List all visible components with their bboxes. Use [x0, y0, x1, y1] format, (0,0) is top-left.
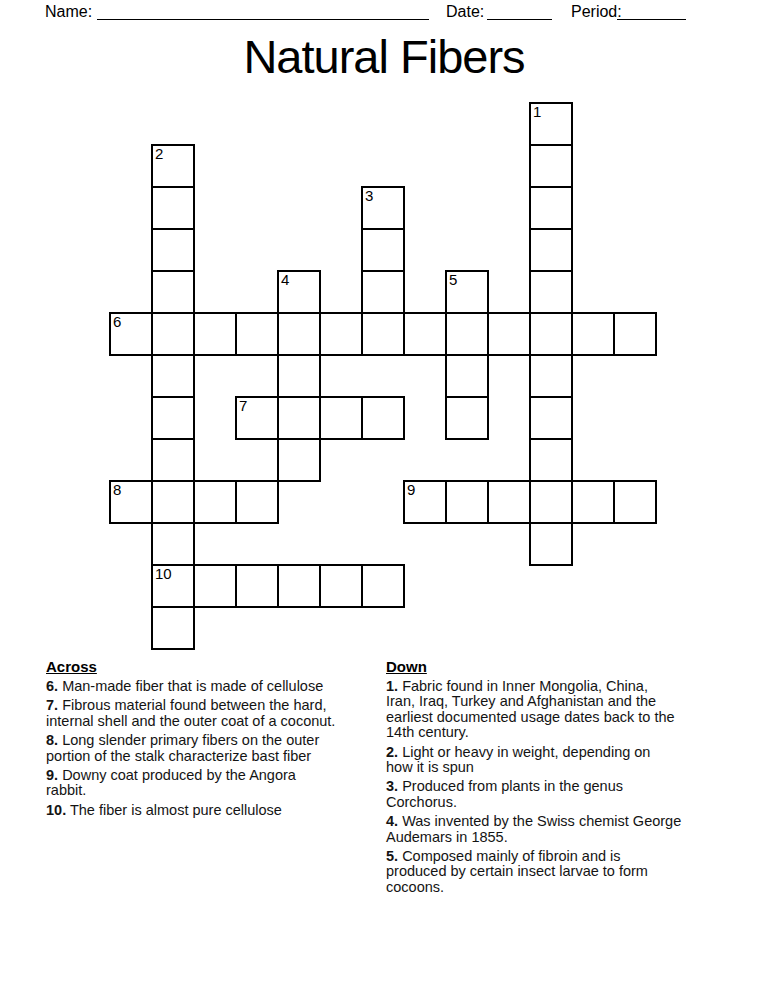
page-title: Natural Fibers	[0, 33, 768, 80]
grid-cell[interactable]: 8	[110, 481, 152, 523]
grid-cell[interactable]	[572, 313, 614, 355]
clue-across-9: 9. Downy coat produced by the Angora rab…	[46, 768, 386, 799]
clue-number-label: 9.	[46, 767, 58, 783]
grid-cell[interactable]	[194, 565, 236, 607]
grid-cell[interactable]	[446, 355, 488, 397]
clue-down-2: 2. Light or heavy in weight, depending o…	[386, 745, 746, 776]
grid-cell[interactable]	[236, 565, 278, 607]
clue-number-label: 2.	[386, 744, 398, 760]
clue-text: Was invented by the Swiss chemist George…	[386, 813, 681, 844]
period-label: Period:	[571, 3, 622, 20]
grid-cell[interactable]	[488, 481, 530, 523]
crossword-grid: 12345678910	[110, 103, 656, 649]
grid-cell[interactable]	[236, 313, 278, 355]
grid-cell[interactable]	[530, 187, 572, 229]
grid-cell[interactable]	[152, 229, 194, 271]
grid-cell[interactable]: 7	[236, 397, 278, 439]
grid-cell[interactable]	[530, 271, 572, 313]
grid-cell[interactable]	[320, 397, 362, 439]
grid-cell[interactable]	[530, 481, 572, 523]
grid-cell[interactable]	[362, 313, 404, 355]
grid-cell[interactable]	[530, 439, 572, 481]
grid-cell[interactable]	[614, 481, 656, 523]
grid-cell[interactable]	[152, 607, 194, 649]
clue-number: 2	[155, 146, 163, 161]
grid-cell[interactable]	[530, 523, 572, 565]
grid-cell[interactable]: 10	[152, 565, 194, 607]
grid-cell[interactable]	[572, 481, 614, 523]
date-blank-line[interactable]	[487, 4, 552, 20]
grid-cell[interactable]: 9	[404, 481, 446, 523]
across-clues-section: Across 6. Man-made fiber that is made of…	[46, 659, 386, 822]
grid-cell[interactable]	[530, 313, 572, 355]
grid-cell[interactable]	[320, 313, 362, 355]
grid-cell[interactable]	[278, 439, 320, 481]
grid-cell[interactable]: 1	[530, 103, 572, 145]
grid-cell[interactable]	[152, 313, 194, 355]
grid-cell[interactable]	[278, 313, 320, 355]
clue-number-label: 8.	[46, 732, 58, 748]
grid-cell[interactable]: 5	[446, 271, 488, 313]
clue-down-5: 5. Composed mainly of fibroin and is pro…	[386, 849, 746, 895]
clue-across-6: 6. Man-made fiber that is made of cellul…	[46, 679, 386, 694]
grid-cell[interactable]	[152, 397, 194, 439]
grid-cell[interactable]	[446, 397, 488, 439]
clue-across-10: 10. The fiber is almost pure cellulose	[46, 803, 386, 818]
clue-down-1: 1. Fabric found in Inner Mongolia, China…	[386, 679, 746, 741]
clue-number: 1	[533, 104, 541, 119]
clue-number-label: 7.	[46, 697, 58, 713]
grid-cell[interactable]	[194, 481, 236, 523]
clue-across-8: 8. Long slender primary fibers on the ou…	[46, 733, 386, 764]
grid-cell[interactable]	[446, 313, 488, 355]
clue-text: Downy coat produced by the Angora rabbit…	[46, 767, 296, 798]
clue-number-label: 6.	[46, 678, 58, 694]
grid-cell[interactable]	[488, 313, 530, 355]
down-clues-section: Down 1. Fabric found in Inner Mongolia, …	[386, 659, 746, 899]
grid-cell[interactable]	[362, 565, 404, 607]
grid-cell[interactable]	[530, 355, 572, 397]
grid-cell[interactable]	[152, 523, 194, 565]
across-heading: Across	[46, 659, 386, 675]
grid-cell[interactable]: 3	[362, 187, 404, 229]
clue-text: Light or heavy in weight, depending on h…	[386, 744, 650, 775]
clue-down-3: 3. Produced from plants in the genus Cor…	[386, 779, 746, 810]
clue-number-label: 10.	[46, 802, 66, 818]
grid-cell[interactable]	[362, 271, 404, 313]
clue-text: Produced from plants in the genus Corcho…	[386, 778, 623, 809]
clue-number: 7	[239, 398, 247, 413]
grid-cell[interactable]: 6	[110, 313, 152, 355]
grid-cell[interactable]	[614, 313, 656, 355]
worksheet-page: Name: Date: Period: Natural Fibers 12345…	[0, 0, 768, 994]
grid-cell[interactable]: 2	[152, 145, 194, 187]
clue-text: Fibrous material found between the hard,…	[46, 697, 335, 728]
clue-across-7: 7. Fibrous material found between the ha…	[46, 698, 386, 729]
clue-number: 3	[365, 188, 373, 203]
grid-cell[interactable]	[278, 565, 320, 607]
grid-cell[interactable]	[530, 145, 572, 187]
grid-cell[interactable]	[152, 439, 194, 481]
clue-text: Fabric found in Inner Mongolia, China, I…	[386, 678, 675, 740]
clue-number: 6	[113, 314, 121, 329]
clue-number: 5	[449, 272, 457, 287]
clue-number: 9	[407, 482, 415, 497]
clue-number-label: 3.	[386, 778, 398, 794]
clue-number-label: 1.	[386, 678, 398, 694]
grid-cell[interactable]	[320, 565, 362, 607]
grid-cell[interactable]	[446, 481, 488, 523]
clue-number: 8	[113, 482, 121, 497]
date-label: Date:	[446, 3, 484, 20]
name-label: Name:	[45, 3, 92, 20]
name-blank-line[interactable]	[97, 4, 429, 20]
grid-cell[interactable]: 4	[278, 271, 320, 313]
grid-cell[interactable]	[278, 397, 320, 439]
clue-number: 10	[155, 566, 172, 581]
grid-cell[interactable]	[362, 397, 404, 439]
grid-cell[interactable]	[530, 229, 572, 271]
grid-cell[interactable]	[152, 187, 194, 229]
grid-cell[interactable]	[152, 271, 194, 313]
grid-cell[interactable]	[194, 313, 236, 355]
grid-cell[interactable]	[152, 355, 194, 397]
grid-cell[interactable]	[362, 229, 404, 271]
down-heading: Down	[386, 659, 746, 675]
clue-text: The fiber is almost pure cellulose	[70, 802, 282, 818]
grid-cell[interactable]	[278, 355, 320, 397]
grid-cell[interactable]	[530, 397, 572, 439]
clue-number: 4	[281, 272, 289, 287]
clue-number-label: 5.	[386, 848, 398, 864]
clue-number-label: 4.	[386, 813, 398, 829]
clue-down-4: 4. Was invented by the Swiss chemist Geo…	[386, 814, 746, 845]
clue-text: Man-made fiber that is made of cellulose	[62, 678, 323, 694]
clue-text: Composed mainly of fibroin and is produc…	[386, 848, 648, 895]
period-blank-line[interactable]	[617, 4, 686, 20]
grid-cell[interactable]	[236, 481, 278, 523]
clue-text: Long slender primary fibers on the outer…	[46, 732, 319, 763]
grid-cell[interactable]	[404, 313, 446, 355]
grid-cell[interactable]	[152, 481, 194, 523]
